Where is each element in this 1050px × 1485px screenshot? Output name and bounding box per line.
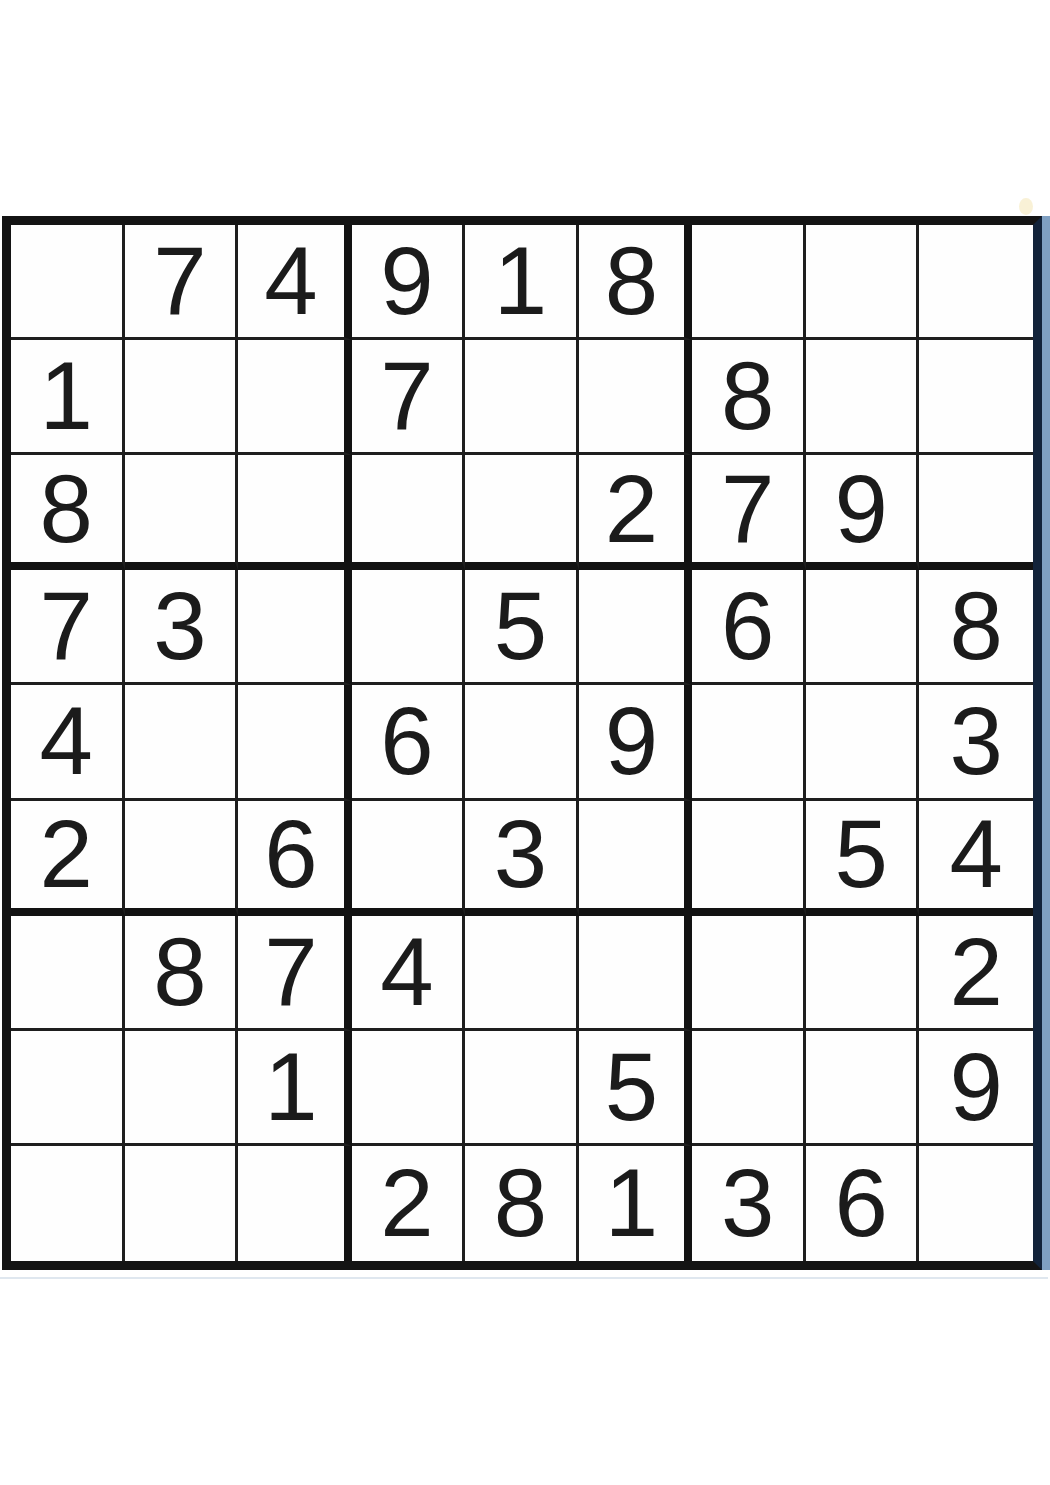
cell-r8c9: 9 [919,1031,1033,1146]
cell-r1c5: 1 [465,225,579,340]
cell-r8c3: 1 [238,1031,352,1146]
cell-r6c8: 5 [806,801,920,916]
cell-r4c1: 7 [11,570,125,685]
cell-r8c6: 5 [579,1031,693,1146]
cell-r1c4: 9 [352,225,466,340]
cell-r4c5: 5 [465,570,579,685]
cell-r5c2[interactable] [125,685,239,800]
cell-r4c6[interactable] [579,570,693,685]
cell-r8c8[interactable] [806,1031,920,1146]
cell-r8c4[interactable] [352,1031,466,1146]
cell-r3c3[interactable] [238,455,352,570]
cell-r2c9[interactable] [919,340,1033,455]
cell-r9c9[interactable] [919,1146,1033,1261]
cell-r9c7: 3 [692,1146,806,1261]
cell-r2c5[interactable] [465,340,579,455]
cell-r9c5: 8 [465,1146,579,1261]
cell-r2c2[interactable] [125,340,239,455]
cell-r5c6: 9 [579,685,693,800]
cell-r1c7[interactable] [692,225,806,340]
cell-r6c6[interactable] [579,801,693,916]
sudoku-board: 74918178827973568469326354874215928136 [2,216,1042,1270]
cell-r9c3[interactable] [238,1146,352,1261]
cell-r3c2[interactable] [125,455,239,570]
cell-r2c4: 7 [352,340,466,455]
cell-r1c9[interactable] [919,225,1033,340]
cell-r1c2: 7 [125,225,239,340]
cell-r1c8[interactable] [806,225,920,340]
cell-r5c7[interactable] [692,685,806,800]
cell-r2c3[interactable] [238,340,352,455]
cell-r4c7: 6 [692,570,806,685]
cell-r4c9: 8 [919,570,1033,685]
cell-r8c2[interactable] [125,1031,239,1146]
cell-r6c9: 4 [919,801,1033,916]
cell-r5c1: 4 [11,685,125,800]
cell-r4c2: 3 [125,570,239,685]
cell-r7c8[interactable] [806,916,920,1031]
cell-r6c7[interactable] [692,801,806,916]
cell-r3c4[interactable] [352,455,466,570]
cell-r3c6: 2 [579,455,693,570]
cell-r6c1: 2 [11,801,125,916]
cell-r7c4: 4 [352,916,466,1031]
cell-r5c5[interactable] [465,685,579,800]
cell-r3c9[interactable] [919,455,1033,570]
cell-r2c7: 8 [692,340,806,455]
cell-r6c4[interactable] [352,801,466,916]
cell-r7c6[interactable] [579,916,693,1031]
cell-r7c1[interactable] [11,916,125,1031]
cell-r7c3: 7 [238,916,352,1031]
cell-r4c4[interactable] [352,570,466,685]
cell-r4c8[interactable] [806,570,920,685]
cell-r2c8[interactable] [806,340,920,455]
cell-r4c3[interactable] [238,570,352,685]
cell-r7c2: 8 [125,916,239,1031]
cell-r6c2[interactable] [125,801,239,916]
cell-r5c8[interactable] [806,685,920,800]
cell-r7c7[interactable] [692,916,806,1031]
sudoku-page: 74918178827973568469326354874215928136 [0,0,1050,1485]
cell-r5c3[interactable] [238,685,352,800]
under-grid-shadow-line [0,1277,1048,1279]
cell-r2c6[interactable] [579,340,693,455]
cell-r3c1: 8 [11,455,125,570]
cell-r7c5[interactable] [465,916,579,1031]
cell-r9c2[interactable] [125,1146,239,1261]
cell-r9c4: 2 [352,1146,466,1261]
cell-r5c9: 3 [919,685,1033,800]
cell-r6c5: 3 [465,801,579,916]
cell-r8c7[interactable] [692,1031,806,1146]
cell-r3c7: 7 [692,455,806,570]
cell-r1c6: 8 [579,225,693,340]
scan-artifact [1019,198,1033,215]
cell-r1c1[interactable] [11,225,125,340]
cell-r8c1[interactable] [11,1031,125,1146]
cell-r2c1: 1 [11,340,125,455]
cell-r1c3: 4 [238,225,352,340]
right-edge-strip [1042,216,1050,1270]
cell-r9c1[interactable] [11,1146,125,1261]
cell-r7c9: 2 [919,916,1033,1031]
cell-r3c8: 9 [806,455,920,570]
cell-r9c6: 1 [579,1146,693,1261]
cell-r3c5[interactable] [465,455,579,570]
cell-r6c3: 6 [238,801,352,916]
cell-r5c4: 6 [352,685,466,800]
cell-r9c8: 6 [806,1146,920,1261]
cell-r8c5[interactable] [465,1031,579,1146]
